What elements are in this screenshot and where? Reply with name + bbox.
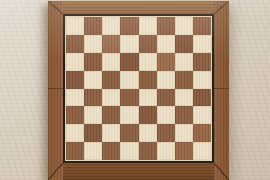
square-a7[interactable] <box>66 35 84 53</box>
square-d3[interactable] <box>120 106 138 124</box>
square-f6[interactable] <box>157 53 175 71</box>
square-c3[interactable] <box>102 106 120 124</box>
square-h4[interactable] <box>193 89 211 107</box>
square-c1[interactable] <box>102 142 120 160</box>
square-b1[interactable] <box>84 142 102 160</box>
square-c4[interactable] <box>102 89 120 107</box>
square-e3[interactable] <box>139 106 157 124</box>
square-g2[interactable] <box>175 124 193 142</box>
square-e6[interactable] <box>139 53 157 71</box>
frame-rail-left <box>48 1 63 180</box>
chess-board <box>48 1 229 180</box>
square-h3[interactable] <box>193 106 211 124</box>
square-b5[interactable] <box>84 71 102 89</box>
square-d4[interactable] <box>120 89 138 107</box>
square-b6[interactable] <box>84 53 102 71</box>
square-f8[interactable] <box>157 17 175 35</box>
square-g5[interactable] <box>175 71 193 89</box>
square-e2[interactable] <box>139 124 157 142</box>
square-e4[interactable] <box>139 89 157 107</box>
square-a4[interactable] <box>66 89 84 107</box>
square-d6[interactable] <box>120 53 138 71</box>
square-b8[interactable] <box>84 17 102 35</box>
square-g7[interactable] <box>175 35 193 53</box>
board-squares <box>66 17 211 160</box>
frame-rail-top <box>48 1 229 14</box>
fold-seam-right <box>214 88 229 89</box>
square-f7[interactable] <box>157 35 175 53</box>
square-a2[interactable] <box>66 124 84 142</box>
square-a3[interactable] <box>66 106 84 124</box>
square-e7[interactable] <box>139 35 157 53</box>
square-a1[interactable] <box>66 142 84 160</box>
square-a6[interactable] <box>66 53 84 71</box>
square-a8[interactable] <box>66 17 84 35</box>
frame-mitre-top-right <box>214 1 229 14</box>
square-f5[interactable] <box>157 71 175 89</box>
square-g1[interactable] <box>175 142 193 160</box>
square-h8[interactable] <box>193 17 211 35</box>
fold-seam-left <box>48 88 63 89</box>
frame-mitre-bottom-left <box>48 163 63 180</box>
square-d2[interactable] <box>120 124 138 142</box>
square-b2[interactable] <box>84 124 102 142</box>
square-e5[interactable] <box>139 71 157 89</box>
square-f3[interactable] <box>157 106 175 124</box>
frame-mitre-top-left <box>48 1 63 14</box>
square-c7[interactable] <box>102 35 120 53</box>
square-h2[interactable] <box>193 124 211 142</box>
square-f4[interactable] <box>157 89 175 107</box>
photo-scene <box>0 0 270 180</box>
frame-rail-bottom <box>48 163 229 180</box>
square-e8[interactable] <box>139 17 157 35</box>
square-g3[interactable] <box>175 106 193 124</box>
square-h6[interactable] <box>193 53 211 71</box>
square-g8[interactable] <box>175 17 193 35</box>
square-d1[interactable] <box>120 142 138 160</box>
square-e1[interactable] <box>139 142 157 160</box>
frame-rail-right <box>214 1 229 180</box>
square-g4[interactable] <box>175 89 193 107</box>
square-c8[interactable] <box>102 17 120 35</box>
inlay-border <box>63 14 214 163</box>
square-g6[interactable] <box>175 53 193 71</box>
square-c6[interactable] <box>102 53 120 71</box>
square-d7[interactable] <box>120 35 138 53</box>
square-h1[interactable] <box>193 142 211 160</box>
square-b3[interactable] <box>84 106 102 124</box>
square-a5[interactable] <box>66 71 84 89</box>
square-f2[interactable] <box>157 124 175 142</box>
square-b4[interactable] <box>84 89 102 107</box>
square-d8[interactable] <box>120 17 138 35</box>
square-c2[interactable] <box>102 124 120 142</box>
square-f1[interactable] <box>157 142 175 160</box>
square-h7[interactable] <box>193 35 211 53</box>
square-b7[interactable] <box>84 35 102 53</box>
frame-mitre-bottom-right <box>214 163 229 180</box>
square-d5[interactable] <box>120 71 138 89</box>
square-c5[interactable] <box>102 71 120 89</box>
square-h5[interactable] <box>193 71 211 89</box>
